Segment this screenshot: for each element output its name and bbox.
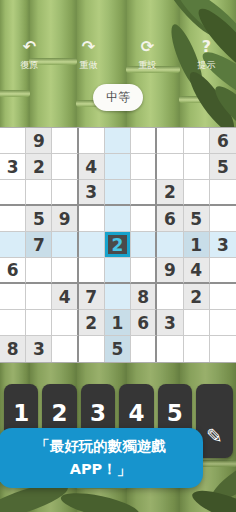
cell-r6c9[interactable] (210, 258, 236, 284)
cell-r1c2[interactable]: 9 (26, 128, 52, 154)
cell-r4c8[interactable]: 5 (184, 206, 210, 232)
cell-r9c3[interactable] (52, 336, 78, 362)
cell-r2c4[interactable]: 4 (79, 154, 105, 180)
cell-r4c2[interactable]: 5 (26, 206, 52, 232)
cell-r6c8[interactable]: 4 (184, 258, 210, 284)
cell-r5c5[interactable]: 2 (105, 232, 131, 258)
cell-r9c5[interactable]: 5 (105, 336, 131, 362)
cell-r6c4[interactable] (79, 258, 105, 284)
cell-r9c6[interactable] (131, 336, 157, 362)
cell-r4c5[interactable] (105, 206, 131, 232)
cell-r5c6[interactable] (131, 232, 157, 258)
reset-icon: ⟳ (141, 38, 154, 56)
redo-label: 重做 (80, 59, 98, 72)
banner-line2: APP！」 (70, 459, 131, 480)
pencil-icon: ✎ (206, 426, 223, 446)
cell-r8c2[interactable] (26, 310, 52, 336)
cell-r8c3[interactable] (52, 310, 78, 336)
cell-r1c4[interactable] (79, 128, 105, 154)
cell-r1c5[interactable] (105, 128, 131, 154)
cell-r7c4[interactable]: 7 (79, 284, 105, 310)
cell-r6c5[interactable] (105, 258, 131, 284)
cell-r5c2[interactable]: 7 (26, 232, 52, 258)
cell-r4c4[interactable] (79, 206, 105, 232)
cell-r1c6[interactable] (131, 128, 157, 154)
undo-label: 復原 (21, 59, 39, 72)
sudoku-grid: 963245325965721369447822163835 (0, 127, 236, 363)
cell-r3c8[interactable] (184, 180, 210, 206)
cell-r7c5[interactable] (105, 284, 131, 310)
cell-r7c8[interactable]: 2 (184, 284, 210, 310)
promo-banner[interactable]: 「最好玩的數獨遊戲 APP！」 (0, 428, 203, 488)
cell-r2c9[interactable]: 5 (210, 154, 236, 180)
cell-r2c6[interactable] (131, 154, 157, 180)
banner-line1: 「最好玩的數獨遊戲 (35, 436, 166, 457)
cell-r3c7[interactable]: 2 (157, 180, 183, 206)
cell-r8c5[interactable]: 1 (105, 310, 131, 336)
cell-r6c1[interactable]: 6 (0, 258, 26, 284)
cell-r9c9[interactable] (210, 336, 236, 362)
cell-r3c3[interactable] (52, 180, 78, 206)
difficulty-badge[interactable]: 中等 (93, 84, 143, 111)
cell-r5c8[interactable]: 1 (184, 232, 210, 258)
hint-icon: ? (202, 38, 211, 56)
reset-label: 重設 (139, 59, 157, 72)
cell-r5c4[interactable] (79, 232, 105, 258)
cell-r7c2[interactable] (26, 284, 52, 310)
cell-r4c7[interactable]: 6 (157, 206, 183, 232)
cell-r1c7[interactable] (157, 128, 183, 154)
cell-r8c8[interactable] (184, 310, 210, 336)
cell-r9c1[interactable]: 8 (0, 336, 26, 362)
cell-r6c7[interactable]: 9 (157, 258, 183, 284)
cell-r8c6[interactable]: 6 (131, 310, 157, 336)
hint-label: 提示 (198, 59, 216, 72)
cell-r6c6[interactable] (131, 258, 157, 284)
cell-r7c6[interactable]: 8 (131, 284, 157, 310)
toolbar: ↶ 復原 ↷ 重做 ⟳ 重設 ? 提示 (0, 38, 236, 72)
cell-r7c7[interactable] (157, 284, 183, 310)
cell-r7c3[interactable]: 4 (52, 284, 78, 310)
undo-icon: ↶ (23, 38, 36, 56)
cell-r3c1[interactable] (0, 180, 26, 206)
cell-r9c2[interactable]: 3 (26, 336, 52, 362)
cell-r1c1[interactable] (0, 128, 26, 154)
cell-r8c1[interactable] (0, 310, 26, 336)
cell-r1c9[interactable]: 6 (210, 128, 236, 154)
cell-r5c3[interactable] (52, 232, 78, 258)
cell-r2c1[interactable]: 3 (0, 154, 26, 180)
cell-r5c7[interactable] (157, 232, 183, 258)
cell-r7c9[interactable] (210, 284, 236, 310)
cell-r3c2[interactable] (26, 180, 52, 206)
cell-r2c5[interactable] (105, 154, 131, 180)
cell-r3c5[interactable] (105, 180, 131, 206)
cell-r8c9[interactable] (210, 310, 236, 336)
cell-r4c3[interactable]: 9 (52, 206, 78, 232)
cell-r4c1[interactable] (0, 206, 26, 232)
cell-r2c8[interactable] (184, 154, 210, 180)
cell-r9c7[interactable] (157, 336, 183, 362)
cell-r5c1[interactable] (0, 232, 26, 258)
app-screen: ↶ 復原 ↷ 重做 ⟳ 重設 ? 提示 中等 96324532596572136… (0, 0, 236, 512)
redo-icon: ↷ (82, 38, 95, 56)
cell-r3c6[interactable] (131, 180, 157, 206)
cell-r9c8[interactable] (184, 336, 210, 362)
reset-button[interactable]: ⟳ 重設 (139, 38, 157, 72)
cell-r8c4[interactable]: 2 (79, 310, 105, 336)
cell-r1c3[interactable] (52, 128, 78, 154)
cell-r7c1[interactable] (0, 284, 26, 310)
cell-r3c4[interactable]: 3 (79, 180, 105, 206)
cell-r5c9[interactable]: 3 (210, 232, 236, 258)
cell-r2c7[interactable] (157, 154, 183, 180)
cell-r3c9[interactable] (210, 180, 236, 206)
redo-button[interactable]: ↷ 重做 (80, 38, 98, 72)
cell-r6c2[interactable] (26, 258, 52, 284)
cell-r4c6[interactable] (131, 206, 157, 232)
cell-r1c8[interactable] (184, 128, 210, 154)
cell-r6c3[interactable] (52, 258, 78, 284)
cell-r8c7[interactable]: 3 (157, 310, 183, 336)
cell-r2c3[interactable] (52, 154, 78, 180)
undo-button[interactable]: ↶ 復原 (21, 38, 39, 72)
hint-button[interactable]: ? 提示 (198, 38, 216, 72)
cell-r4c9[interactable] (210, 206, 236, 232)
cell-r9c4[interactable] (79, 336, 105, 362)
cell-r2c2[interactable]: 2 (26, 154, 52, 180)
